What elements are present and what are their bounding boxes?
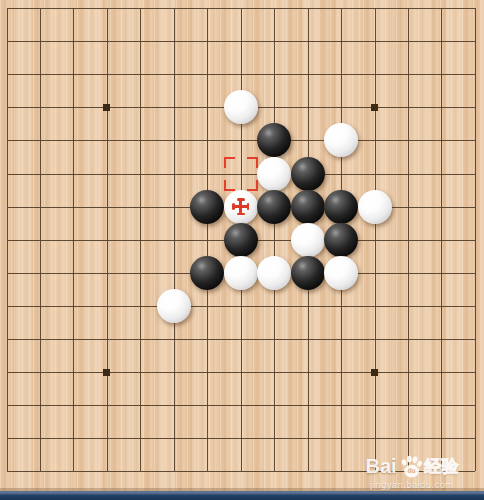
white-stone [224, 256, 258, 290]
frame-corner-icon [247, 157, 258, 168]
white-stone [157, 289, 191, 323]
grid-line [7, 306, 475, 307]
cross-part [237, 213, 245, 216]
cross-part [232, 203, 235, 211]
frame-corner-icon [247, 180, 258, 191]
white-stone [324, 123, 358, 157]
white-stone [224, 90, 258, 124]
grid-line [7, 405, 475, 406]
black-stone [324, 223, 358, 257]
black-stone [324, 190, 358, 224]
cross-part [237, 198, 245, 201]
black-stone [190, 256, 224, 290]
cross-part [247, 203, 250, 211]
grid-line [7, 372, 475, 373]
star-point [371, 104, 378, 111]
gomoku-board[interactable] [0, 0, 484, 491]
highlight-frame-marker [224, 157, 258, 191]
black-stone [291, 157, 325, 191]
white-stone [257, 256, 291, 290]
star-point [371, 369, 378, 376]
black-stone [291, 190, 325, 224]
last-move-cross-icon [232, 198, 249, 215]
white-stone [358, 190, 392, 224]
white-stone [291, 223, 325, 257]
star-point [103, 104, 110, 111]
black-stone [291, 256, 325, 290]
white-stone [257, 157, 291, 191]
grid-line [475, 8, 476, 471]
black-stone [224, 223, 258, 257]
grid-line [274, 8, 275, 471]
frame-corner-icon [224, 157, 235, 168]
grid-line [441, 8, 442, 471]
frame-corner-icon [224, 180, 235, 191]
grid-line [7, 339, 475, 340]
grid-line [375, 8, 376, 471]
grid-line [408, 8, 409, 471]
grid-line [7, 438, 475, 439]
bottom-strip [0, 491, 484, 500]
black-stone [257, 123, 291, 157]
grid-line [7, 471, 475, 472]
black-stone [257, 190, 291, 224]
black-stone [190, 190, 224, 224]
star-point [103, 369, 110, 376]
white-stone [324, 256, 358, 290]
